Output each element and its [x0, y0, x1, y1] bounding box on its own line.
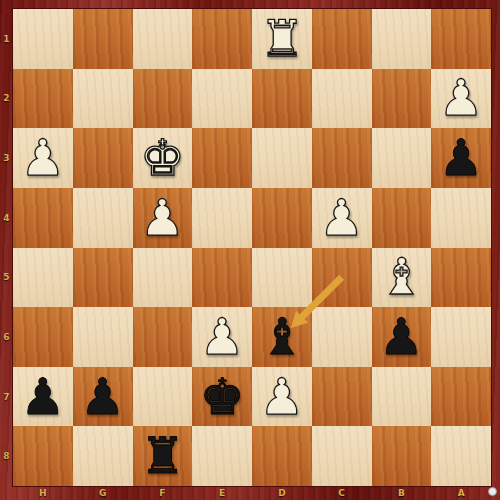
file-label-f: F [133, 486, 193, 500]
square-a3[interactable]: ♟ [431, 128, 491, 188]
square-e7[interactable]: ♚ [192, 367, 252, 427]
square-c1[interactable] [312, 9, 372, 69]
square-e5[interactable] [192, 248, 252, 308]
square-g6[interactable] [73, 307, 133, 367]
square-h3[interactable]: ♟ [13, 128, 73, 188]
square-c3[interactable] [312, 128, 372, 188]
black-pawn-g7[interactable]: ♟ [80, 372, 125, 422]
white-bishop-b5[interactable]: ♝ [379, 252, 424, 302]
square-d8[interactable] [252, 426, 312, 486]
black-pawn-h7[interactable]: ♟ [20, 372, 65, 422]
file-labels: HGFEDCBA [13, 486, 491, 500]
rank-label-3: 3 [0, 128, 13, 188]
black-bishop-d6[interactable]: ♝ [259, 312, 304, 362]
white-pawn-e6[interactable]: ♟ [200, 312, 245, 362]
square-e4[interactable] [192, 188, 252, 248]
square-a6[interactable] [431, 307, 491, 367]
square-a5[interactable] [431, 248, 491, 308]
square-c6[interactable] [312, 307, 372, 367]
white-pawn-d7[interactable]: ♟ [259, 372, 304, 422]
square-g1[interactable] [73, 9, 133, 69]
rank-label-5: 5 [0, 248, 13, 308]
square-b3[interactable] [372, 128, 432, 188]
square-g4[interactable] [73, 188, 133, 248]
white-king-f3[interactable]: ♚ [140, 133, 185, 183]
square-a4[interactable] [431, 188, 491, 248]
square-b1[interactable] [372, 9, 432, 69]
square-f2[interactable] [133, 69, 193, 129]
square-f5[interactable] [133, 248, 193, 308]
file-label-d: D [252, 486, 312, 500]
square-g2[interactable] [73, 69, 133, 129]
rank-label-4: 4 [0, 188, 13, 248]
file-label-e: E [192, 486, 252, 500]
chess-board: ♜♟♟♚♟♟♟♝♟♝♟♟♟♚♟♜ [13, 9, 491, 486]
square-h7[interactable]: ♟ [13, 367, 73, 427]
square-e2[interactable] [192, 69, 252, 129]
black-king-e7[interactable]: ♚ [200, 372, 245, 422]
square-a2[interactable]: ♟ [431, 69, 491, 129]
file-label-a: A [431, 486, 491, 500]
square-g5[interactable] [73, 248, 133, 308]
square-c5[interactable] [312, 248, 372, 308]
square-c4[interactable]: ♟ [312, 188, 372, 248]
white-pawn-f4[interactable]: ♟ [140, 193, 185, 243]
square-f7[interactable] [133, 367, 193, 427]
white-pawn-a2[interactable]: ♟ [439, 73, 484, 123]
square-d6[interactable]: ♝ [252, 307, 312, 367]
square-h1[interactable] [13, 9, 73, 69]
square-g3[interactable] [73, 128, 133, 188]
rank-labels: 12345678 [0, 9, 13, 486]
square-d4[interactable] [252, 188, 312, 248]
square-d2[interactable] [252, 69, 312, 129]
chess-app-window: ♜♟♟♚♟♟♟♝♟♝♟♟♟♚♟♜ 12345678 HGFEDCBA [0, 0, 500, 500]
square-h6[interactable] [13, 307, 73, 367]
square-a1[interactable] [431, 9, 491, 69]
square-f6[interactable] [133, 307, 193, 367]
square-f8[interactable]: ♜ [133, 426, 193, 486]
white-pawn-c4[interactable]: ♟ [319, 193, 364, 243]
square-b7[interactable] [372, 367, 432, 427]
rank-label-1: 1 [0, 9, 13, 69]
square-f4[interactable]: ♟ [133, 188, 193, 248]
square-e8[interactable] [192, 426, 252, 486]
square-e6[interactable]: ♟ [192, 307, 252, 367]
file-label-g: G [73, 486, 133, 500]
square-b4[interactable] [372, 188, 432, 248]
black-pawn-a3[interactable]: ♟ [439, 133, 484, 183]
file-label-c: C [312, 486, 372, 500]
square-d5[interactable] [252, 248, 312, 308]
square-b8[interactable] [372, 426, 432, 486]
white-pawn-h3[interactable]: ♟ [20, 133, 65, 183]
square-d3[interactable] [252, 128, 312, 188]
file-label-b: B [372, 486, 432, 500]
rank-label-2: 2 [0, 69, 13, 129]
square-c2[interactable] [312, 69, 372, 129]
square-g7[interactable]: ♟ [73, 367, 133, 427]
black-rook-f8[interactable]: ♜ [140, 431, 185, 481]
white-rook-d1[interactable]: ♜ [259, 14, 304, 64]
square-f3[interactable]: ♚ [133, 128, 193, 188]
square-d7[interactable]: ♟ [252, 367, 312, 427]
corner-dot [488, 487, 497, 496]
square-b5[interactable]: ♝ [372, 248, 432, 308]
black-pawn-b6[interactable]: ♟ [379, 312, 424, 362]
square-h4[interactable] [13, 188, 73, 248]
square-f1[interactable] [133, 9, 193, 69]
square-h8[interactable] [13, 426, 73, 486]
square-e3[interactable] [192, 128, 252, 188]
square-b6[interactable]: ♟ [372, 307, 432, 367]
square-h5[interactable] [13, 248, 73, 308]
square-c7[interactable] [312, 367, 372, 427]
square-e1[interactable] [192, 9, 252, 69]
square-a8[interactable] [431, 426, 491, 486]
square-c8[interactable] [312, 426, 372, 486]
square-a7[interactable] [431, 367, 491, 427]
rank-label-6: 6 [0, 307, 13, 367]
square-b2[interactable] [372, 69, 432, 129]
square-d1[interactable]: ♜ [252, 9, 312, 69]
file-label-h: H [13, 486, 73, 500]
square-h2[interactable] [13, 69, 73, 129]
rank-label-8: 8 [0, 426, 13, 486]
square-g8[interactable] [73, 426, 133, 486]
rank-label-7: 7 [0, 367, 13, 427]
